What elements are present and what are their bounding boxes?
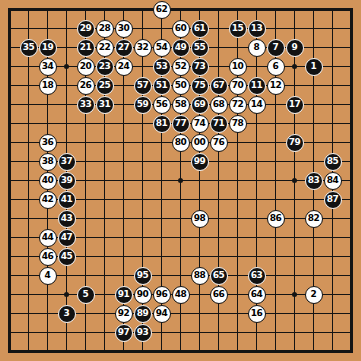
stone-black-87[interactable]: 87: [324, 191, 342, 209]
stone-black-67[interactable]: 67: [210, 77, 228, 95]
stone-black-41[interactable]: 41: [58, 191, 76, 209]
stone-black-71[interactable]: 71: [210, 115, 228, 133]
stone-black-93[interactable]: 93: [134, 324, 152, 342]
stone-white-92[interactable]: 92: [115, 305, 133, 323]
stone-white-54[interactable]: 54: [153, 39, 171, 57]
stone-white-84[interactable]: 84: [324, 172, 342, 190]
stone-white-28[interactable]: 28: [96, 20, 114, 38]
stone-white-2[interactable]: 2: [305, 286, 323, 304]
stone-black-59[interactable]: 59: [134, 96, 152, 114]
stone-white-70[interactable]: 70: [229, 77, 247, 95]
stone-white-30[interactable]: 30: [115, 20, 133, 38]
stone-black-77[interactable]: 77: [172, 115, 190, 133]
stone-white-12[interactable]: 12: [267, 77, 285, 95]
stone-white-36[interactable]: 36: [39, 134, 57, 152]
stone-white-22[interactable]: 22: [96, 39, 114, 57]
stone-white-10[interactable]: 10: [229, 58, 247, 76]
stone-black-57[interactable]: 57: [134, 77, 152, 95]
stone-black-65[interactable]: 65: [210, 267, 228, 285]
stone-white-78[interactable]: 78: [229, 115, 247, 133]
stone-black-75[interactable]: 75: [191, 77, 209, 95]
stone-white-74[interactable]: 74: [191, 115, 209, 133]
stone-black-61[interactable]: 61: [191, 20, 209, 38]
stone-white-6[interactable]: 6: [267, 58, 285, 76]
stone-black-51[interactable]: 51: [153, 77, 171, 95]
stone-black-95[interactable]: 95: [134, 267, 152, 285]
stone-white-48[interactable]: 48: [172, 286, 190, 304]
star-point: [178, 178, 183, 183]
stone-black-63[interactable]: 63: [248, 267, 266, 285]
stone-black-39[interactable]: 39: [58, 172, 76, 190]
stone-black-31[interactable]: 31: [96, 96, 114, 114]
stone-black-97[interactable]: 97: [115, 324, 133, 342]
stone-white-60[interactable]: 60: [172, 20, 190, 38]
stone-black-23[interactable]: 23: [96, 58, 114, 76]
stone-black-3[interactable]: 3: [58, 305, 76, 323]
stone-black-47[interactable]: 47: [58, 229, 76, 247]
stone-white-56[interactable]: 56: [153, 96, 171, 114]
stone-white-80[interactable]: 80: [172, 134, 190, 152]
stone-white-42[interactable]: 42: [39, 191, 57, 209]
stone-white-14[interactable]: 14: [248, 96, 266, 114]
stone-black-25[interactable]: 25: [96, 77, 114, 95]
stone-black-91[interactable]: 91: [115, 286, 133, 304]
stone-black-27[interactable]: 27: [115, 39, 133, 57]
stone-black-83[interactable]: 83: [305, 172, 323, 190]
star-point: [292, 292, 297, 297]
stone-black-49[interactable]: 49: [172, 39, 190, 57]
stone-black-73[interactable]: 73: [191, 58, 209, 76]
stone-black-85[interactable]: 85: [324, 153, 342, 171]
stone-white-4[interactable]: 4: [39, 267, 57, 285]
stone-black-7[interactable]: 7: [267, 39, 285, 57]
stone-white-66[interactable]: 66: [210, 286, 228, 304]
stone-black-11[interactable]: 11: [248, 77, 266, 95]
stone-white-16[interactable]: 16: [248, 305, 266, 323]
stone-black-9[interactable]: 9: [286, 39, 304, 57]
stone-black-79[interactable]: 79: [286, 134, 304, 152]
stone-white-40[interactable]: 40: [39, 172, 57, 190]
star-point: [292, 178, 297, 183]
stone-black-99[interactable]: 99: [191, 153, 209, 171]
stone-white-76[interactable]: 76: [210, 134, 228, 152]
stone-white-64[interactable]: 64: [248, 286, 266, 304]
stone-white-52[interactable]: 52: [172, 58, 190, 76]
stone-black-53[interactable]: 53: [153, 58, 171, 76]
stone-white-98[interactable]: 98: [191, 210, 209, 228]
stone-white-44[interactable]: 44: [39, 229, 57, 247]
go-board[interactable]: 1234567891011121314151617181920212223242…: [0, 0, 361, 361]
stone-black-29[interactable]: 29: [77, 20, 95, 38]
stone-black-69[interactable]: 69: [191, 96, 209, 114]
stone-black-19[interactable]: 19: [39, 39, 57, 57]
stone-white-86[interactable]: 86: [267, 210, 285, 228]
go-kifu-diagram: 1234567891011121314151617181920212223242…: [0, 0, 361, 361]
stone-black-45[interactable]: 45: [58, 248, 76, 266]
stone-black-1[interactable]: 1: [305, 58, 323, 76]
stone-white-20[interactable]: 20: [77, 58, 95, 76]
stone-white-18[interactable]: 18: [39, 77, 57, 95]
stone-black-5[interactable]: 5: [77, 286, 95, 304]
stone-black-37[interactable]: 37: [58, 153, 76, 171]
stone-black-81[interactable]: 81: [153, 115, 171, 133]
star-point: [64, 64, 69, 69]
stone-white-32[interactable]: 32: [134, 39, 152, 57]
stone-black-13[interactable]: 13: [248, 20, 266, 38]
stone-white-26[interactable]: 26: [77, 77, 95, 95]
stone-white-82[interactable]: 82: [305, 210, 323, 228]
stone-white-34[interactable]: 34: [39, 58, 57, 76]
stone-white-94[interactable]: 94: [153, 305, 171, 323]
star-point: [64, 292, 69, 297]
stone-white-62[interactable]: 62: [153, 1, 171, 19]
stone-white-50[interactable]: 50: [172, 77, 190, 95]
stone-white-96[interactable]: 96: [153, 286, 171, 304]
stone-white-68[interactable]: 68: [210, 96, 228, 114]
stone-black-17[interactable]: 17: [286, 96, 304, 114]
stone-black-89[interactable]: 89: [134, 305, 152, 323]
stone-white-100[interactable]: 00: [191, 134, 209, 152]
stone-black-55[interactable]: 55: [191, 39, 209, 57]
stone-black-35[interactable]: 35: [20, 39, 38, 57]
stone-white-58[interactable]: 58: [172, 96, 190, 114]
stone-black-33[interactable]: 33: [77, 96, 95, 114]
star-point: [292, 64, 297, 69]
stone-white-8[interactable]: 8: [248, 39, 266, 57]
stone-black-21[interactable]: 21: [77, 39, 95, 57]
stone-black-15[interactable]: 15: [229, 20, 247, 38]
stone-white-90[interactable]: 90: [134, 286, 152, 304]
stone-white-38[interactable]: 38: [39, 153, 57, 171]
stone-black-43[interactable]: 43: [58, 210, 76, 228]
stone-white-24[interactable]: 24: [115, 58, 133, 76]
stone-white-72[interactable]: 72: [229, 96, 247, 114]
stone-white-46[interactable]: 46: [39, 248, 57, 266]
stone-white-88[interactable]: 88: [191, 267, 209, 285]
